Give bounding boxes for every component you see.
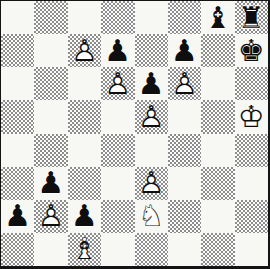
square-g8[interactable]: ♝ <box>201 1 234 34</box>
piece-white-pawn-icon[interactable]: ♟♙ <box>135 100 168 133</box>
square-b7[interactable] <box>34 34 67 67</box>
square-a8[interactable] <box>1 1 34 34</box>
square-d6[interactable]: ♟♙ <box>101 67 134 100</box>
piece-black-pawn-icon[interactable]: ♟ <box>34 167 67 200</box>
black-piece-glyph: ♟ <box>135 67 168 100</box>
square-h3[interactable] <box>235 167 268 200</box>
square-f4[interactable] <box>168 134 201 167</box>
square-d2[interactable] <box>101 200 134 233</box>
piece-white-pawn-icon[interactable]: ♟♙ <box>168 67 201 100</box>
piece-white-pawn-icon[interactable]: ♟♙ <box>34 200 67 233</box>
piece-white-king-icon[interactable]: ♚♔ <box>235 100 268 133</box>
square-g3[interactable] <box>201 167 234 200</box>
square-h2[interactable] <box>235 200 268 233</box>
square-c2[interactable]: ♟ <box>68 200 101 233</box>
square-a1[interactable] <box>1 233 34 266</box>
white-piece-outline: ♙ <box>34 200 67 233</box>
square-h4[interactable] <box>235 134 268 167</box>
square-e2[interactable]: ♞♘ <box>135 200 168 233</box>
piece-white-pawn-icon[interactable]: ♟♙ <box>101 67 134 100</box>
black-piece-glyph: ♜ <box>235 1 268 34</box>
square-g6[interactable] <box>201 67 234 100</box>
square-c1[interactable]: ♝♗ <box>68 233 101 266</box>
square-e8[interactable] <box>135 1 168 34</box>
white-piece-outline: ♘ <box>135 200 168 233</box>
square-g4[interactable] <box>201 134 234 167</box>
square-b2[interactable]: ♟♙ <box>34 200 67 233</box>
square-h6[interactable] <box>235 67 268 100</box>
white-piece-outline: ♔ <box>235 100 268 133</box>
black-piece-glyph: ♟ <box>34 167 67 200</box>
square-b1[interactable] <box>34 233 67 266</box>
piece-white-knight-icon[interactable]: ♞♘ <box>135 200 168 233</box>
piece-black-pawn-icon[interactable]: ♟ <box>1 200 34 233</box>
black-piece-glyph: ♚ <box>235 34 268 67</box>
square-c7[interactable]: ♟♙ <box>68 34 101 67</box>
square-a3[interactable] <box>1 167 34 200</box>
square-f2[interactable] <box>168 200 201 233</box>
square-e7[interactable] <box>135 34 168 67</box>
black-piece-glyph: ♟ <box>101 34 134 67</box>
square-d5[interactable] <box>101 100 134 133</box>
square-a7[interactable] <box>1 34 34 67</box>
square-g2[interactable] <box>201 200 234 233</box>
square-g5[interactable] <box>201 100 234 133</box>
square-f3[interactable] <box>168 167 201 200</box>
piece-black-pawn-icon[interactable]: ♟ <box>168 34 201 67</box>
piece-white-pawn-icon[interactable]: ♟♙ <box>135 167 168 200</box>
square-d7[interactable]: ♟ <box>101 34 134 67</box>
piece-white-pawn-icon[interactable]: ♟♙ <box>68 34 101 67</box>
square-b3[interactable]: ♟ <box>34 167 67 200</box>
square-b4[interactable] <box>34 134 67 167</box>
square-a2[interactable]: ♟ <box>1 200 34 233</box>
piece-white-bishop-icon[interactable]: ♝♗ <box>68 233 101 266</box>
square-a6[interactable] <box>1 67 34 100</box>
square-f6[interactable]: ♟♙ <box>168 67 201 100</box>
piece-black-pawn-icon[interactable]: ♟ <box>135 67 168 100</box>
chess-board: ♝♜♟♙♟♟♚♟♙♟♟♙♟♙♚♔♟♟♙♟♟♙♟♞♘♝♗ <box>0 0 270 269</box>
black-piece-glyph: ♟ <box>1 200 34 233</box>
square-f1[interactable] <box>168 233 201 266</box>
square-g1[interactable] <box>201 233 234 266</box>
square-a4[interactable] <box>1 134 34 167</box>
black-piece-glyph: ♟ <box>68 200 101 233</box>
white-piece-outline: ♙ <box>135 167 168 200</box>
square-h5[interactable]: ♚♔ <box>235 100 268 133</box>
square-e6[interactable]: ♟ <box>135 67 168 100</box>
square-e5[interactable]: ♟♙ <box>135 100 168 133</box>
square-d4[interactable] <box>101 134 134 167</box>
square-g7[interactable] <box>201 34 234 67</box>
square-c6[interactable] <box>68 67 101 100</box>
board-grid: ♝♜♟♙♟♟♚♟♙♟♟♙♟♙♚♔♟♟♙♟♟♙♟♞♘♝♗ <box>1 1 268 266</box>
piece-black-pawn-icon[interactable]: ♟ <box>68 200 101 233</box>
square-f7[interactable]: ♟ <box>168 34 201 67</box>
square-h1[interactable] <box>235 233 268 266</box>
square-d1[interactable] <box>101 233 134 266</box>
square-c8[interactable] <box>68 1 101 34</box>
square-d3[interactable] <box>101 167 134 200</box>
square-f8[interactable] <box>168 1 201 34</box>
square-a5[interactable] <box>1 100 34 133</box>
square-b8[interactable] <box>34 1 67 34</box>
piece-black-king-icon[interactable]: ♚ <box>235 34 268 67</box>
white-piece-outline: ♙ <box>68 34 101 67</box>
white-piece-outline: ♙ <box>101 67 134 100</box>
black-piece-glyph: ♟ <box>168 34 201 67</box>
piece-black-rook-icon[interactable]: ♜ <box>235 1 268 34</box>
square-h7[interactable]: ♚ <box>235 34 268 67</box>
white-piece-outline: ♙ <box>168 67 201 100</box>
square-b5[interactable] <box>34 100 67 133</box>
black-piece-glyph: ♝ <box>201 1 234 34</box>
square-e4[interactable] <box>135 134 168 167</box>
square-b6[interactable] <box>34 67 67 100</box>
square-e1[interactable] <box>135 233 168 266</box>
piece-black-pawn-icon[interactable]: ♟ <box>101 34 134 67</box>
white-piece-outline: ♙ <box>135 100 168 133</box>
square-c5[interactable] <box>68 100 101 133</box>
square-e3[interactable]: ♟♙ <box>135 167 168 200</box>
piece-black-bishop-icon[interactable]: ♝ <box>201 1 234 34</box>
square-c4[interactable] <box>68 134 101 167</box>
square-d8[interactable] <box>101 1 134 34</box>
square-h8[interactable]: ♜ <box>235 1 268 34</box>
square-c3[interactable] <box>68 167 101 200</box>
white-piece-outline: ♗ <box>68 233 101 266</box>
square-f5[interactable] <box>168 100 201 133</box>
